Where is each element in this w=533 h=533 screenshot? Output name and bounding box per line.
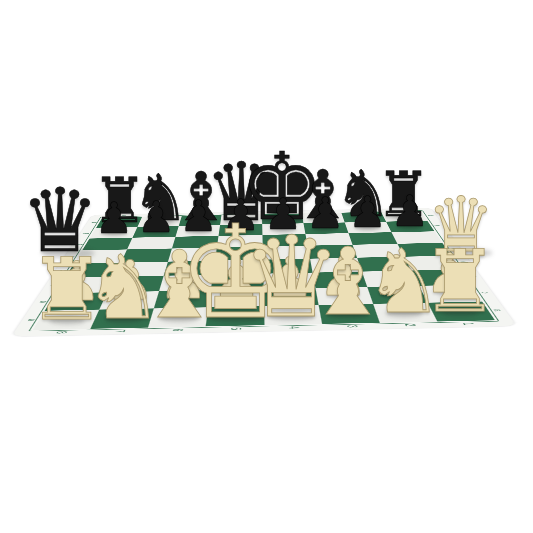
pieces-layer: ♜♞♝♛♚♝♞♜♟♟♟♟♟♟♟♟♟♟♟♟♟♟♟♟♜♞♝♚♛♝♞♜♛♛ [0, 0, 533, 533]
piece-white-rook[interactable]: ♜ [422, 239, 499, 325]
scene: 8765432187654321hgfedcbahgfedcba ♜♞♝♛♚♝♞… [0, 0, 533, 533]
piece-black-pawn[interactable]: ♟ [95, 196, 134, 239]
piece-black-pawn[interactable]: ♟ [390, 190, 429, 233]
